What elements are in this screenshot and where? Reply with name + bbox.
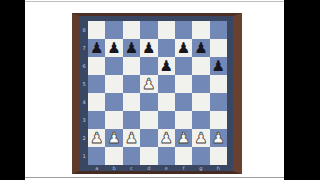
square-f1 bbox=[175, 147, 192, 165]
square-b8 bbox=[105, 21, 122, 39]
square-e6: ♟ bbox=[158, 57, 175, 75]
square-g6 bbox=[192, 57, 209, 75]
square-a7: ♟ bbox=[88, 39, 105, 57]
white-pawn: ♟ bbox=[125, 129, 138, 147]
square-h2: ♟ bbox=[210, 129, 227, 147]
square-a4 bbox=[88, 93, 105, 111]
board-border: 87654321 ♟♟♟♟♟♟♟♟♟♟♟♟♟♟♟♟ abcdefgh bbox=[80, 16, 233, 171]
square-c7: ♟ bbox=[123, 39, 140, 57]
square-h3 bbox=[210, 111, 227, 129]
square-a1 bbox=[88, 147, 105, 165]
black-pawn: ♟ bbox=[159, 57, 172, 75]
square-e2: ♟ bbox=[158, 129, 175, 147]
letterbox-left-bar bbox=[0, 0, 25, 180]
white-pawn: ♟ bbox=[107, 129, 120, 147]
top-rule-line bbox=[25, 1, 284, 2]
square-h8 bbox=[210, 21, 227, 39]
square-e4 bbox=[158, 93, 175, 111]
square-b6 bbox=[105, 57, 122, 75]
square-c8 bbox=[123, 21, 140, 39]
square-g8 bbox=[192, 21, 209, 39]
black-pawn: ♟ bbox=[212, 57, 225, 75]
black-pawn: ♟ bbox=[90, 39, 103, 57]
white-pawn: ♟ bbox=[142, 75, 155, 93]
square-g2: ♟ bbox=[192, 129, 209, 147]
square-b7: ♟ bbox=[105, 39, 122, 57]
square-d6 bbox=[140, 57, 157, 75]
square-a6 bbox=[88, 57, 105, 75]
square-f4 bbox=[175, 93, 192, 111]
file-label-a: a bbox=[88, 165, 105, 171]
square-f7: ♟ bbox=[175, 39, 192, 57]
square-f8 bbox=[175, 21, 192, 39]
square-g3 bbox=[192, 111, 209, 129]
square-a8 bbox=[88, 21, 105, 39]
square-g4 bbox=[192, 93, 209, 111]
chess-board: ♟♟♟♟♟♟♟♟♟♟♟♟♟♟♟♟ bbox=[88, 21, 227, 165]
square-d1 bbox=[140, 147, 157, 165]
square-h4 bbox=[210, 93, 227, 111]
black-pawn: ♟ bbox=[177, 39, 190, 57]
square-d7: ♟ bbox=[140, 39, 157, 57]
file-label-d: d bbox=[140, 165, 157, 171]
file-coordinates: abcdefgh bbox=[88, 165, 227, 171]
square-b4 bbox=[105, 93, 122, 111]
square-h6: ♟ bbox=[210, 57, 227, 75]
square-e8 bbox=[158, 21, 175, 39]
square-d4 bbox=[140, 93, 157, 111]
white-pawn: ♟ bbox=[90, 129, 103, 147]
rank-label-8: 8 bbox=[80, 21, 88, 39]
white-pawn: ♟ bbox=[212, 129, 225, 147]
file-label-c: c bbox=[123, 165, 140, 171]
square-f2: ♟ bbox=[175, 129, 192, 147]
square-b2: ♟ bbox=[105, 129, 122, 147]
square-e7 bbox=[158, 39, 175, 57]
square-f6 bbox=[175, 57, 192, 75]
file-label-b: b bbox=[105, 165, 122, 171]
square-h5 bbox=[210, 75, 227, 93]
square-e1 bbox=[158, 147, 175, 165]
square-d2 bbox=[140, 129, 157, 147]
square-a5 bbox=[88, 75, 105, 93]
square-f3 bbox=[175, 111, 192, 129]
square-a2: ♟ bbox=[88, 129, 105, 147]
black-pawn: ♟ bbox=[194, 39, 207, 57]
letterbox-right-bar bbox=[284, 0, 320, 180]
file-label-g: g bbox=[192, 165, 209, 171]
video-frame-content: 87654321 ♟♟♟♟♟♟♟♟♟♟♟♟♟♟♟♟ abcdefgh bbox=[25, 0, 284, 180]
square-e5 bbox=[158, 75, 175, 93]
square-b1 bbox=[105, 147, 122, 165]
file-label-e: e bbox=[158, 165, 175, 171]
rank-label-6: 6 bbox=[80, 57, 88, 75]
white-pawn: ♟ bbox=[194, 129, 207, 147]
square-b3 bbox=[105, 111, 122, 129]
square-c2: ♟ bbox=[123, 129, 140, 147]
rank-label-7: 7 bbox=[80, 39, 88, 57]
chess-board-frame: 87654321 ♟♟♟♟♟♟♟♟♟♟♟♟♟♟♟♟ abcdefgh bbox=[72, 13, 242, 174]
square-c1 bbox=[123, 147, 140, 165]
rank-label-2: 2 bbox=[80, 129, 88, 147]
rank-label-4: 4 bbox=[80, 93, 88, 111]
square-c3 bbox=[123, 111, 140, 129]
square-c4 bbox=[123, 93, 140, 111]
white-pawn: ♟ bbox=[159, 129, 172, 147]
square-g1 bbox=[192, 147, 209, 165]
square-g7: ♟ bbox=[192, 39, 209, 57]
square-d8 bbox=[140, 21, 157, 39]
black-pawn: ♟ bbox=[125, 39, 138, 57]
square-h7 bbox=[210, 39, 227, 57]
square-b5 bbox=[105, 75, 122, 93]
square-c6 bbox=[123, 57, 140, 75]
white-pawn: ♟ bbox=[177, 129, 190, 147]
square-g5 bbox=[192, 75, 209, 93]
rank-coordinates: 87654321 bbox=[80, 21, 88, 165]
rank-label-3: 3 bbox=[80, 111, 88, 129]
square-d5: ♟ bbox=[140, 75, 157, 93]
black-pawn: ♟ bbox=[142, 39, 155, 57]
rank-label-5: 5 bbox=[80, 75, 88, 93]
square-h1 bbox=[210, 147, 227, 165]
square-d3 bbox=[140, 111, 157, 129]
file-label-h: h bbox=[210, 165, 227, 171]
file-label-f: f bbox=[175, 165, 192, 171]
square-a3 bbox=[88, 111, 105, 129]
square-f5 bbox=[175, 75, 192, 93]
bottom-rule-line bbox=[25, 177, 284, 178]
black-pawn: ♟ bbox=[107, 39, 120, 57]
rank-label-1: 1 bbox=[80, 147, 88, 165]
square-c5 bbox=[123, 75, 140, 93]
square-e3 bbox=[158, 111, 175, 129]
